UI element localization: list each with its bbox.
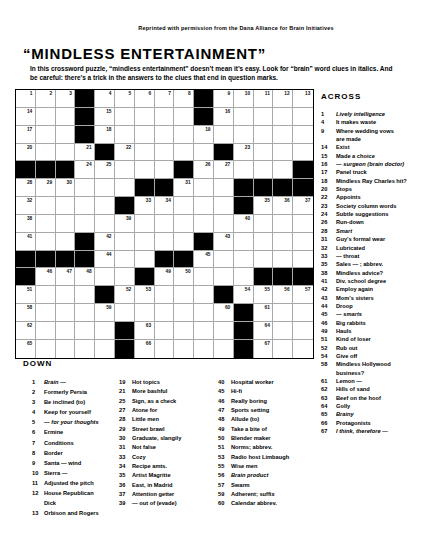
grid-cell[interactable] <box>36 233 56 251</box>
across-clue-9-cont: are made <box>321 135 427 143</box>
grid-cell[interactable] <box>194 144 214 162</box>
grid-cell[interactable] <box>115 304 135 322</box>
clue-text: — throat <box>336 252 359 260</box>
grid-cell[interactable]: 12 <box>273 90 293 108</box>
grid-cell[interactable] <box>36 340 56 358</box>
cell-number: 48 <box>86 269 91 274</box>
grid-cell[interactable] <box>174 215 194 233</box>
grid-cell[interactable] <box>36 304 56 322</box>
grid-cell-black <box>273 179 293 197</box>
grid-cell[interactable] <box>273 215 293 233</box>
grid-cell[interactable]: 63 <box>135 322 155 340</box>
grid-cell[interactable] <box>115 233 135 251</box>
grid-cell-black <box>56 161 76 179</box>
grid-cell[interactable]: 17 <box>16 126 36 144</box>
grid-cell[interactable]: 24 <box>75 161 95 179</box>
grid-cell[interactable]: 43 <box>214 233 234 251</box>
clue-number: 41 <box>321 277 336 285</box>
grid-cell[interactable] <box>214 340 234 358</box>
cell-number: 49 <box>166 269 171 274</box>
grid-cell[interactable] <box>56 233 76 251</box>
grid-cell[interactable]: 54 <box>234 286 254 304</box>
clue-text: Formerly Persia <box>44 387 87 397</box>
grid-cell[interactable] <box>56 144 76 162</box>
grid-cell[interactable]: 65 <box>16 340 36 358</box>
grid-cell-black <box>174 161 194 179</box>
grid-cell[interactable]: 42 <box>95 233 115 251</box>
across-clue-22: 22Appoints <box>321 193 427 201</box>
grid-cell[interactable] <box>293 304 313 322</box>
grid-cell[interactable]: 55 <box>254 286 274 304</box>
grid-cell[interactable] <box>254 126 274 144</box>
clue-number: 2 <box>32 387 44 397</box>
grid-cell[interactable]: 44 <box>95 251 115 269</box>
clue-number: 66 <box>321 419 336 427</box>
grid-cell[interactable]: 6 <box>135 90 155 108</box>
grid-cell[interactable] <box>135 161 155 179</box>
grid-cell[interactable]: 19 <box>194 126 214 144</box>
grid-cell[interactable] <box>174 126 194 144</box>
grid-cell[interactable]: 1 <box>16 90 36 108</box>
clue-text: Mom’s sisters <box>336 294 374 302</box>
grid-cell[interactable] <box>155 340 175 358</box>
grid-cell[interactable] <box>293 322 313 340</box>
grid-cell[interactable] <box>36 108 56 126</box>
grid-cell[interactable] <box>174 286 194 304</box>
clue-text: Wise men <box>231 462 258 471</box>
grid-cell[interactable]: 29 <box>36 179 56 197</box>
grid-cell[interactable]: 59 <box>95 304 115 322</box>
down-clue-column-2: 19Hot topics21More bashful25Sign, as a c… <box>119 378 181 509</box>
clue-text: Where wedding vows <box>336 127 394 135</box>
grid-cell[interactable] <box>293 251 313 269</box>
grid-cell[interactable] <box>234 251 254 269</box>
grid-cell[interactable] <box>115 161 135 179</box>
grid-cell[interactable] <box>36 126 56 144</box>
grid-cell[interactable] <box>254 161 274 179</box>
grid-cell[interactable]: 32 <box>16 197 36 215</box>
grid-cell[interactable] <box>75 340 95 358</box>
grid-cell[interactable]: 16 <box>214 108 234 126</box>
down-clue-27: 27Atone for <box>119 406 181 415</box>
down-clue-40: 40Hospital worker <box>218 378 289 387</box>
grid-cell[interactable] <box>174 304 194 322</box>
clue-text: Mindless advice? <box>336 269 383 277</box>
grid-cell[interactable]: 48 <box>75 268 95 286</box>
grid-cell[interactable] <box>155 304 175 322</box>
grid-cell[interactable] <box>273 304 293 322</box>
grid-cell[interactable] <box>135 251 155 269</box>
grid-cell[interactable]: 3 <box>56 90 76 108</box>
across-clue-15: 15Made a choice <box>321 152 427 160</box>
grid-cell-black <box>214 286 234 304</box>
grid-cell[interactable] <box>155 126 175 144</box>
clue-number: 55 <box>218 462 231 471</box>
grid-cell[interactable]: 49 <box>155 268 175 286</box>
grid-cell[interactable] <box>273 161 293 179</box>
grid-cell[interactable] <box>273 108 293 126</box>
cell-number: 8 <box>188 91 191 96</box>
grid-cell[interactable] <box>155 233 175 251</box>
grid-cell[interactable]: 30 <box>56 179 76 197</box>
clue-number: 51 <box>218 443 231 452</box>
grid-cell[interactable]: 52 <box>115 286 135 304</box>
grid-cell[interactable]: 40 <box>234 215 254 233</box>
clue-number: 65 <box>321 410 336 418</box>
grid-cell[interactable] <box>56 340 76 358</box>
grid-cell[interactable]: 4 <box>95 90 115 108</box>
down-clue-29: 29Street brawl <box>119 425 181 434</box>
grid-cell[interactable] <box>174 144 194 162</box>
grid-cell[interactable] <box>194 340 214 358</box>
grid-cell[interactable]: 7 <box>155 90 175 108</box>
grid-cell[interactable]: 10 <box>234 90 254 108</box>
grid-cell[interactable] <box>234 126 254 144</box>
cell-number: 42 <box>106 234 111 239</box>
clue-number: 61 <box>321 377 336 385</box>
grid-cell[interactable] <box>36 286 56 304</box>
down-clue-57: 57Swarm <box>218 481 289 490</box>
grid-cell[interactable] <box>56 215 76 233</box>
grid-cell[interactable] <box>56 197 76 215</box>
across-clue-42: 42Employ again <box>321 285 427 293</box>
grid-cell[interactable]: 53 <box>135 286 155 304</box>
grid-cell[interactable] <box>273 126 293 144</box>
grid-cell[interactable] <box>273 144 293 162</box>
grid-cell[interactable] <box>36 144 56 162</box>
grid-cell[interactable] <box>95 268 115 286</box>
grid-cell[interactable]: 13 <box>293 90 313 108</box>
across-clue-58: 58Mindless Hollywood <box>321 360 427 368</box>
clue-number: 6 <box>32 427 44 437</box>
grid-cell[interactable]: 37 <box>293 197 313 215</box>
grid-cell[interactable] <box>135 233 155 251</box>
cell-number: 27 <box>225 162 230 167</box>
grid-cell-black <box>95 286 115 304</box>
grid-cell-black <box>234 197 254 215</box>
grid-cell[interactable] <box>254 144 274 162</box>
grid-cell[interactable] <box>214 268 234 286</box>
grid-cell[interactable] <box>254 108 274 126</box>
clue-number: 3 <box>32 397 44 407</box>
grid-cell[interactable] <box>155 161 175 179</box>
clue-text: Blender maker <box>231 434 271 443</box>
clue-text: Run-down <box>336 218 364 226</box>
clue-number: 13 <box>32 508 44 518</box>
grid-cell[interactable] <box>56 126 76 144</box>
grid-cell[interactable] <box>174 340 194 358</box>
grid-cell[interactable] <box>194 304 214 322</box>
across-clue-14: 14Exist <box>321 143 427 151</box>
grid-cell[interactable]: 8 <box>174 90 194 108</box>
grid-cell[interactable] <box>234 108 254 126</box>
grid-cell[interactable] <box>214 197 234 215</box>
grid-cell-black <box>115 322 135 340</box>
clue-number: 5 <box>32 417 44 427</box>
clue-text: Stops <box>336 185 352 193</box>
grid-cell[interactable] <box>135 215 155 233</box>
grid-cell[interactable] <box>273 233 293 251</box>
grid-cell[interactable]: 45 <box>194 251 214 269</box>
clue-number: 4 <box>321 118 336 126</box>
grid-cell[interactable] <box>293 108 313 126</box>
grid-cell[interactable] <box>293 340 313 358</box>
down-clue-12-cont: Dick <box>32 498 99 508</box>
grid-cell[interactable]: 36 <box>273 197 293 215</box>
grid-cell[interactable]: 9 <box>214 90 234 108</box>
clue-text: Take a bite of <box>231 425 267 434</box>
grid-cell[interactable] <box>115 251 135 269</box>
grid-cell-black <box>194 90 214 108</box>
grid-cell[interactable]: 22 <box>115 144 135 162</box>
grid-cell[interactable] <box>56 322 76 340</box>
grid-cell[interactable] <box>293 233 313 251</box>
grid-cell[interactable] <box>36 197 56 215</box>
grid-cell[interactable]: 25 <box>95 161 115 179</box>
grid-cell[interactable] <box>293 215 313 233</box>
clue-number: 53 <box>218 453 231 462</box>
grid-cell-black <box>115 197 135 215</box>
cell-number: 45 <box>205 252 210 257</box>
grid-cell[interactable]: 57 <box>293 286 313 304</box>
grid-cell[interactable]: 41 <box>16 233 36 251</box>
grid-cell[interactable] <box>155 215 175 233</box>
grid-cell[interactable] <box>234 233 254 251</box>
grid-cell[interactable] <box>214 179 234 197</box>
grid-cell[interactable]: 2 <box>36 90 56 108</box>
grid-cell[interactable] <box>75 286 95 304</box>
cell-number: 38 <box>27 216 32 221</box>
grid-cell[interactable] <box>254 215 274 233</box>
clue-number: 35 <box>119 471 132 480</box>
grid-cell[interactable] <box>135 108 155 126</box>
clue-number: 32 <box>321 244 336 252</box>
grid-cell[interactable]: 38 <box>16 215 36 233</box>
grid-cell[interactable] <box>174 197 194 215</box>
grid-cell[interactable] <box>95 197 115 215</box>
grid-cell[interactable] <box>273 251 293 269</box>
grid-cell[interactable] <box>293 126 313 144</box>
grid-cell[interactable] <box>135 304 155 322</box>
grid-cell[interactable] <box>56 108 76 126</box>
clue-text: I think, therefore — <box>336 427 388 435</box>
crossword-grid: 1234567891011121314151617181920212223242… <box>15 89 314 359</box>
grid-cell[interactable] <box>194 322 214 340</box>
grid-cell[interactable]: 21 <box>75 144 95 162</box>
clue-text: Allude (to) <box>231 415 259 424</box>
down-clue-8: 8Border <box>32 448 99 458</box>
down-clue-46: 46Really boring <box>218 397 289 406</box>
grid-cell[interactable] <box>56 286 76 304</box>
clue-text: Little men <box>132 415 159 424</box>
down-clue-45: 45Hi-fi <box>218 387 289 396</box>
clue-number: 36 <box>119 481 132 490</box>
down-clue-60: 60Calendar abbrev. <box>218 499 289 508</box>
grid-cell[interactable] <box>214 215 234 233</box>
grid-cell[interactable] <box>95 340 115 358</box>
grid-cell[interactable]: 47 <box>56 268 76 286</box>
grid-cell-black <box>75 108 95 126</box>
grid-cell[interactable]: 27 <box>214 161 234 179</box>
cell-number: 50 <box>185 269 190 274</box>
grid-cell[interactable]: 31 <box>174 179 194 197</box>
grid-cell[interactable] <box>75 215 95 233</box>
grid-cell[interactable]: 64 <box>254 322 274 340</box>
grid-cell[interactable]: 33 <box>135 197 155 215</box>
grid-cell[interactable] <box>36 215 56 233</box>
clue-number: 50 <box>218 434 231 443</box>
grid-cell-black <box>75 90 95 108</box>
grid-cell[interactable] <box>194 286 214 304</box>
grid-cell[interactable] <box>95 179 115 197</box>
clue-text: business? <box>336 369 364 377</box>
grid-cell[interactable] <box>56 304 76 322</box>
grid-cell[interactable] <box>174 233 194 251</box>
grid-cell[interactable] <box>194 268 214 286</box>
grid-cell[interactable]: 14 <box>16 108 36 126</box>
across-clue-65: 65Brainy <box>321 410 427 418</box>
clue-text: Street brawl <box>132 425 165 434</box>
grid-cell[interactable] <box>174 322 194 340</box>
grid-cell[interactable]: 50 <box>174 268 194 286</box>
clue-number <box>321 369 336 377</box>
grid-cell[interactable]: 61 <box>254 304 274 322</box>
grid-cell[interactable]: 18 <box>95 126 115 144</box>
cell-number: 47 <box>67 269 72 274</box>
grid-cell[interactable]: 46 <box>36 268 56 286</box>
grid-cell[interactable] <box>115 268 135 286</box>
cell-number: 65 <box>27 341 32 346</box>
clue-number: 54 <box>321 352 336 360</box>
grid-cell[interactable]: 62 <box>16 322 36 340</box>
grid-cell[interactable]: 5 <box>115 90 135 108</box>
grid-cell[interactable]: 11 <box>254 90 274 108</box>
grid-cell[interactable] <box>155 144 175 162</box>
clue-number: 33 <box>119 453 132 462</box>
grid-cell[interactable] <box>95 215 115 233</box>
grid-cell[interactable]: 23 <box>234 144 254 162</box>
cell-number: 56 <box>284 287 289 292</box>
grid-cell[interactable] <box>115 179 135 197</box>
clue-text: More bashful <box>132 387 167 396</box>
clue-number: 28 <box>321 227 336 235</box>
grid-cell[interactable] <box>214 126 234 144</box>
grid-cell[interactable]: 67 <box>254 340 274 358</box>
clue-text: It makes waste <box>336 118 376 126</box>
grid-cell[interactable] <box>75 322 95 340</box>
clue-text: Mindless Ray Charles hit? <box>336 177 407 185</box>
grid-cell[interactable]: 35 <box>254 197 274 215</box>
down-clue-2: 2Formerly Persia <box>32 387 99 397</box>
clue-number: 60 <box>218 499 231 508</box>
cell-number: 22 <box>126 145 131 150</box>
cell-number: 18 <box>106 127 111 132</box>
clue-number: 39 <box>119 499 132 508</box>
cell-number: 58 <box>27 305 32 310</box>
grid-cell[interactable] <box>214 251 234 269</box>
down-clue-30: 30Graduate, slangily <box>119 434 181 443</box>
grid-cell[interactable] <box>75 179 95 197</box>
clue-text: Lively intelligence <box>336 110 385 118</box>
grid-cell[interactable] <box>155 108 175 126</box>
grid-cell-black <box>254 268 274 286</box>
clue-number: 34 <box>119 462 132 471</box>
grid-cell[interactable] <box>135 144 155 162</box>
grid-cell[interactable]: 56 <box>273 286 293 304</box>
grid-cell[interactable] <box>273 322 293 340</box>
cell-number: 2 <box>49 91 52 96</box>
grid-cell[interactable]: 26 <box>194 161 214 179</box>
across-clue-26: 26Run-down <box>321 218 427 226</box>
grid-cell[interactable] <box>95 322 115 340</box>
grid-cell-black <box>36 161 56 179</box>
grid-cell[interactable] <box>234 268 254 286</box>
clue-number: 49 <box>218 425 231 434</box>
grid-cell[interactable] <box>194 197 214 215</box>
grid-cell[interactable] <box>115 126 135 144</box>
grid-cell[interactable] <box>135 126 155 144</box>
clue-text: Sports setting <box>231 406 269 415</box>
across-clue-31: 31Guy’s formal wear <box>321 235 427 243</box>
across-heading: ACROSS <box>321 92 427 101</box>
clue-number: 30 <box>119 434 132 443</box>
grid-cell[interactable]: 51 <box>16 286 36 304</box>
grid-cell[interactable]: 66 <box>135 340 155 358</box>
down-clue-48: 48Allude (to) <box>218 415 289 424</box>
grid-cell[interactable]: 39 <box>115 215 135 233</box>
grid-cell[interactable]: 34 <box>155 197 175 215</box>
grid-cell-black <box>135 179 155 197</box>
grid-cell[interactable] <box>254 233 274 251</box>
grid-cell[interactable] <box>194 179 214 197</box>
grid-cell[interactable] <box>214 322 234 340</box>
clue-number: 26 <box>321 218 336 226</box>
grid-cell[interactable] <box>174 108 194 126</box>
grid-cell[interactable]: 15 <box>95 108 115 126</box>
cell-number: 6 <box>148 91 151 96</box>
grid-cell[interactable] <box>234 161 254 179</box>
grid-cell[interactable] <box>75 197 95 215</box>
down-clue-33: 33Cozy <box>119 453 181 462</box>
grid-cell[interactable] <box>254 251 274 269</box>
grid-cell[interactable]: 20 <box>16 144 36 162</box>
cell-number: 57 <box>305 287 310 292</box>
clue-number: 7 <box>32 438 44 448</box>
across-clue-64: 64Golly <box>321 402 427 410</box>
clue-number: 42 <box>321 285 336 293</box>
cell-number: 15 <box>106 109 111 114</box>
cell-number: 36 <box>284 198 289 203</box>
clue-number: 43 <box>321 294 336 302</box>
grid-cell[interactable] <box>293 144 313 162</box>
down-clue-10: 10Sierra — <box>32 468 99 478</box>
grid-cell[interactable] <box>155 322 175 340</box>
grid-cell[interactable] <box>155 286 175 304</box>
grid-cell[interactable] <box>36 322 56 340</box>
across-clue-49: 49Hauls <box>321 327 427 335</box>
grid-cell[interactable]: 28 <box>16 179 36 197</box>
clue-number: 1 <box>321 110 336 118</box>
grid-cell[interactable]: 60 <box>214 304 234 322</box>
clue-text: Appoints <box>336 193 361 201</box>
grid-cell[interactable] <box>75 304 95 322</box>
down-clue-49: 49Take a bite of <box>218 425 289 434</box>
grid-cell[interactable] <box>115 108 135 126</box>
grid-cell[interactable] <box>194 215 214 233</box>
cell-number: 29 <box>47 180 52 185</box>
grid-cell[interactable]: 58 <box>16 304 36 322</box>
grid-cell[interactable] <box>273 340 293 358</box>
